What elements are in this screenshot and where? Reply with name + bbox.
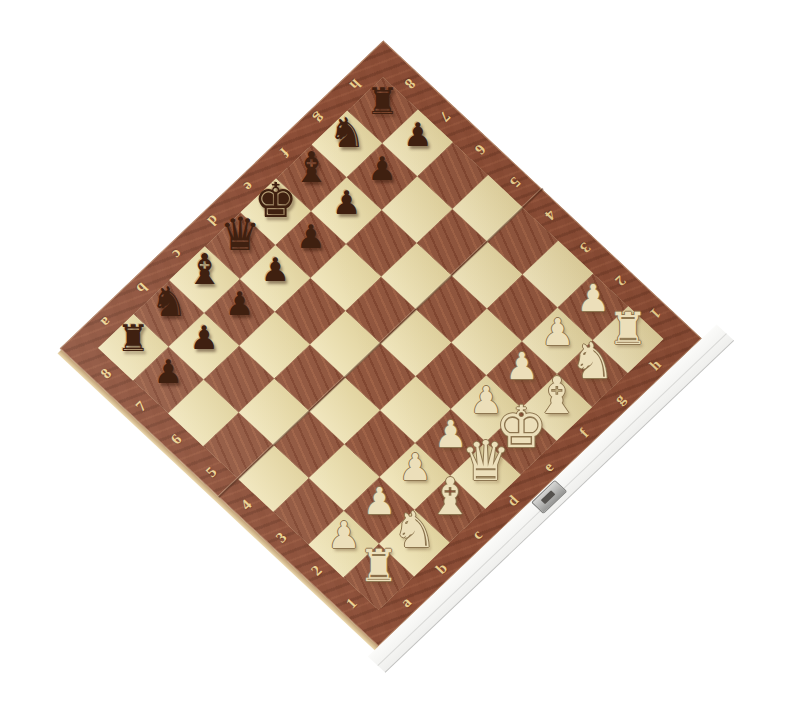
chess-board: abcdefgh abcdefgh 87654321 87654321	[60, 41, 702, 647]
clasp-slot	[541, 490, 556, 504]
chess-set-photo: abcdefgh abcdefgh 87654321 87654321 ♜♞♝♛…	[0, 0, 790, 715]
